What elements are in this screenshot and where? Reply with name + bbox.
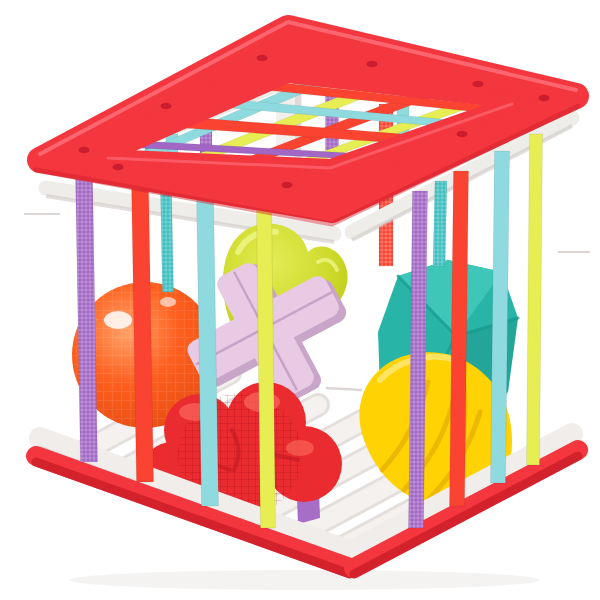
front-right-band-teal-short-texture: [433, 181, 447, 266]
frame-dimples-4: [473, 81, 484, 87]
shape-clover-hi3: [286, 440, 314, 456]
front-left-band-purple-texture: [76, 175, 98, 462]
front-right-band-yellow: [527, 134, 543, 465]
frame-dimples-8: [457, 131, 468, 137]
product-photo-toy-cube: [0, 0, 600, 600]
shape-ball-specular2: [160, 297, 176, 307]
frame-dimples-1: [161, 103, 172, 109]
shape-ball-specular: [104, 311, 132, 329]
front-left-band-teal-short-texture: [161, 190, 174, 292]
frame-dimples-3: [367, 61, 378, 67]
toy-cube-illustration: [0, 0, 600, 600]
frame-dimples-5: [539, 95, 550, 101]
frame-dimples-6: [113, 164, 124, 170]
frame-dimples-7: [282, 182, 293, 188]
ground-shadow: [70, 570, 540, 590]
frame-dimples-2: [257, 55, 268, 61]
frame-dimples-0: [79, 147, 90, 153]
